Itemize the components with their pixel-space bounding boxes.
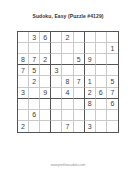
cell-r6c2 xyxy=(29,88,40,99)
cell-r7c4 xyxy=(51,99,62,110)
cell-r1c4 xyxy=(51,32,62,43)
cell-r9c5: 7 xyxy=(62,121,73,132)
cell-r4c4: 3 xyxy=(51,65,62,76)
cell-r1c2: 3 xyxy=(29,32,40,43)
cell-r7c7: 8 xyxy=(85,99,96,110)
cell-r9c2 xyxy=(29,121,40,132)
cell-r5c1 xyxy=(18,76,29,87)
footer-url: www.printfreesudoku.com xyxy=(0,163,136,167)
cell-r4c2: 5 xyxy=(29,65,40,76)
cell-r6c8: 6 xyxy=(96,88,107,99)
cell-r1c3: 6 xyxy=(40,32,51,43)
cell-r5c8 xyxy=(96,76,107,87)
cell-r8c7 xyxy=(85,110,96,121)
cell-r2c3 xyxy=(40,43,51,54)
cell-r1c7 xyxy=(85,32,96,43)
cell-r5c9: 5 xyxy=(107,76,118,87)
sudoku-board: 36218725975328715394267866273 xyxy=(17,31,119,133)
cell-r8c4 xyxy=(51,110,62,121)
cell-r8c9 xyxy=(107,110,118,121)
cell-r1c1 xyxy=(18,32,29,43)
cell-r2c1 xyxy=(18,43,29,54)
cell-r3c4 xyxy=(51,54,62,65)
page-title: Sudoku, Easy (Puzzle #4129) xyxy=(0,13,136,19)
sudoku-page: Sudoku, Easy (Puzzle #4129) 362187259753… xyxy=(0,0,136,176)
cell-r5c3 xyxy=(40,76,51,87)
cell-r4c1: 7 xyxy=(18,65,29,76)
cell-r1c5: 2 xyxy=(62,32,73,43)
cell-r3c5 xyxy=(62,54,73,65)
cell-r4c3 xyxy=(40,65,51,76)
cell-r8c1 xyxy=(18,110,29,121)
cell-r8c5 xyxy=(62,110,73,121)
cell-r3c8 xyxy=(96,54,107,65)
cell-r6c7: 2 xyxy=(85,88,96,99)
cell-r9c1: 2 xyxy=(18,121,29,132)
cell-r9c4 xyxy=(51,121,62,132)
cell-r2c8 xyxy=(96,43,107,54)
cell-r8c2: 6 xyxy=(29,110,40,121)
cell-r7c5 xyxy=(62,99,73,110)
cell-r4c5 xyxy=(62,65,73,76)
cell-r9c6 xyxy=(74,121,85,132)
cell-r3c2: 7 xyxy=(29,54,40,65)
cell-r1c9 xyxy=(107,32,118,43)
cell-r3c9 xyxy=(107,54,118,65)
cell-r9c9 xyxy=(107,121,118,132)
cell-r2c4 xyxy=(51,43,62,54)
cell-r4c8 xyxy=(96,65,107,76)
cell-r7c1 xyxy=(18,99,29,110)
cell-r6c6 xyxy=(74,88,85,99)
cell-r4c7 xyxy=(85,65,96,76)
cell-r8c3 xyxy=(40,110,51,121)
cell-r7c9: 6 xyxy=(107,99,118,110)
cell-r2c5 xyxy=(62,43,73,54)
cell-r3c7: 9 xyxy=(85,54,96,65)
cell-r5c6: 7 xyxy=(74,76,85,87)
cell-r6c4 xyxy=(51,88,62,99)
cell-r4c6 xyxy=(74,65,85,76)
cell-r2c6 xyxy=(74,43,85,54)
cell-r7c8 xyxy=(96,99,107,110)
cell-r4c9 xyxy=(107,65,118,76)
cell-r1c8 xyxy=(96,32,107,43)
cell-r9c7: 3 xyxy=(85,121,96,132)
cell-r5c4 xyxy=(51,76,62,87)
cell-r6c9: 7 xyxy=(107,88,118,99)
cell-r2c7 xyxy=(85,43,96,54)
cell-r5c2: 2 xyxy=(29,76,40,87)
cell-r5c7: 1 xyxy=(85,76,96,87)
cell-r8c6 xyxy=(74,110,85,121)
cell-r1c6 xyxy=(74,32,85,43)
cell-r6c1: 3 xyxy=(18,88,29,99)
cell-r8c8 xyxy=(96,110,107,121)
cell-r3c6: 5 xyxy=(74,54,85,65)
cell-r7c3 xyxy=(40,99,51,110)
cell-r2c9: 1 xyxy=(107,43,118,54)
cell-r7c2 xyxy=(29,99,40,110)
cell-r6c5: 4 xyxy=(62,88,73,99)
cell-r2c2 xyxy=(29,43,40,54)
cell-r6c3: 9 xyxy=(40,88,51,99)
cell-r3c3: 2 xyxy=(40,54,51,65)
cell-r7c6 xyxy=(74,99,85,110)
cell-r9c8 xyxy=(96,121,107,132)
cell-r9c3 xyxy=(40,121,51,132)
cell-r5c5: 8 xyxy=(62,76,73,87)
cell-r3c1: 8 xyxy=(18,54,29,65)
